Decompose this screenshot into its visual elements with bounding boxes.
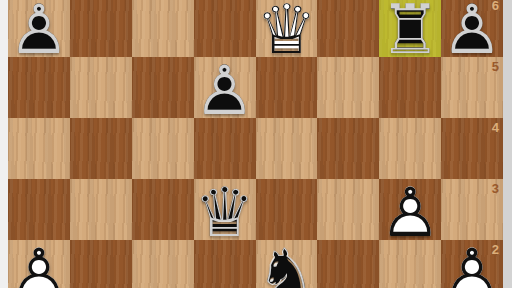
square-c4[interactable] [132,118,194,179]
square-a6[interactable]: ♟♙ [8,0,70,57]
right-gutter [503,0,512,288]
square-e3[interactable] [256,179,318,240]
square-f6[interactable] [317,0,379,57]
white-pawn-outline: ♙ [8,243,70,288]
rank-label-5: 5 [492,59,499,74]
black-pawn-outline: ♙ [194,60,256,121]
black-queen-glyph: ♛ [194,182,256,243]
square-a5[interactable] [8,57,70,118]
square-e2[interactable]: ♞♘ [256,240,318,288]
black-pawn-glyph: ♟ [441,0,503,60]
white-pawn-glyph: ♟ [441,243,503,288]
black-pawn[interactable]: ♟♙ [8,0,70,57]
square-g2[interactable] [379,240,441,288]
square-g6[interactable]: ♜♖ [379,0,441,57]
square-f5[interactable] [317,57,379,118]
square-d4[interactable] [194,118,256,179]
chess-board: ♟♙♛♕♜♖6♟♙♟♙54♛♕♟♙3♟♙♞♘2♟♙ [8,0,503,288]
black-rook-glyph: ♜ [379,0,441,60]
square-d3[interactable]: ♛♕ [194,179,256,240]
white-pawn[interactable]: ♟♙ [8,240,70,288]
white-pawn-glyph: ♟ [8,243,70,288]
black-knight[interactable]: ♞♘ [256,240,318,288]
black-pawn-glyph: ♟ [8,0,70,60]
left-gutter [0,0,8,288]
square-d6[interactable] [194,0,256,57]
square-a4[interactable] [8,118,70,179]
black-knight-glyph: ♞ [256,243,318,288]
square-e5[interactable] [256,57,318,118]
square-b4[interactable] [70,118,132,179]
rank-label-4: 4 [492,120,499,135]
square-c3[interactable] [132,179,194,240]
square-h3[interactable]: 3 [441,179,503,240]
black-knight-outline: ♘ [256,243,318,288]
square-b3[interactable] [70,179,132,240]
square-a2[interactable]: ♟♙ [8,240,70,288]
white-pawn-outline: ♙ [441,243,503,288]
square-g3[interactable]: ♟♙ [379,179,441,240]
square-e6[interactable]: ♛♕ [256,0,318,57]
white-queen[interactable]: ♛♕ [256,0,318,57]
white-queen-outline: ♕ [256,0,318,60]
square-b5[interactable] [70,57,132,118]
black-pawn-outline: ♙ [441,0,503,60]
square-f2[interactable] [317,240,379,288]
square-h2[interactable]: 2♟♙ [441,240,503,288]
white-pawn-glyph: ♟ [379,182,441,243]
square-h4[interactable]: 4 [441,118,503,179]
white-pawn[interactable]: ♟♙ [441,240,503,288]
black-pawn-outline: ♙ [8,0,70,60]
black-queen-outline: ♕ [194,182,256,243]
black-rook-outline: ♖ [379,0,441,60]
black-pawn-glyph: ♟ [194,60,256,121]
square-d5[interactable]: ♟♙ [194,57,256,118]
square-h6[interactable]: 6♟♙ [441,0,503,57]
chess-app-screen: ♟♙♛♕♜♖6♟♙♟♙54♛♕♟♙3♟♙♞♘2♟♙ [0,0,512,288]
black-rook[interactable]: ♜♖ [379,0,441,57]
black-pawn[interactable]: ♟♙ [194,57,256,118]
white-queen-glyph: ♛ [256,0,318,60]
white-pawn[interactable]: ♟♙ [379,179,441,240]
square-g4[interactable] [379,118,441,179]
square-b6[interactable] [70,0,132,57]
square-a3[interactable] [8,179,70,240]
rank-label-3: 3 [492,181,499,196]
square-f3[interactable] [317,179,379,240]
square-g5[interactable] [379,57,441,118]
square-e4[interactable] [256,118,318,179]
square-c5[interactable] [132,57,194,118]
square-c6[interactable] [132,0,194,57]
square-f4[interactable] [317,118,379,179]
square-h5[interactable]: 5 [441,57,503,118]
square-c2[interactable] [132,240,194,288]
square-b2[interactable] [70,240,132,288]
white-pawn-outline: ♙ [379,182,441,243]
black-queen[interactable]: ♛♕ [194,179,256,240]
square-d2[interactable] [194,240,256,288]
black-pawn[interactable]: ♟♙ [441,0,503,57]
